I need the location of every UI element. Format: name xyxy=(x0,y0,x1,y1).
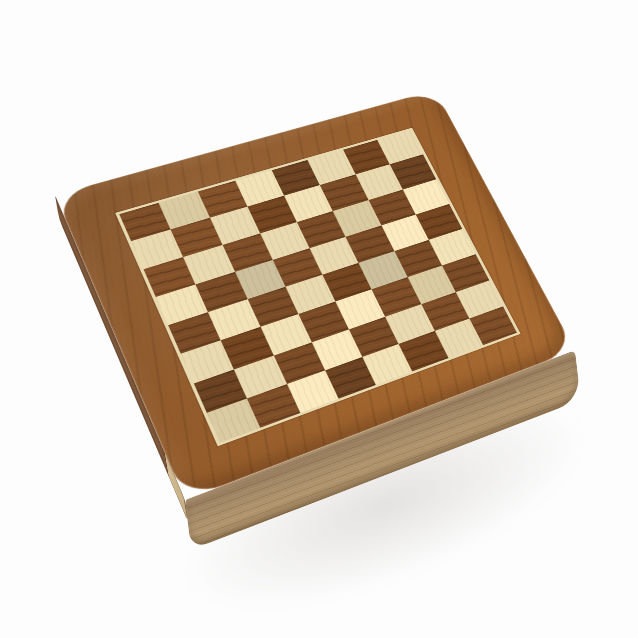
product-photo xyxy=(0,0,638,638)
